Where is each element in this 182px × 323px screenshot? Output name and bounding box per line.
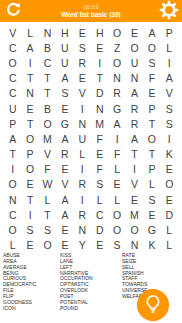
- grid-cell[interactable]: E: [161, 192, 178, 207]
- grid-cell[interactable]: O: [108, 55, 125, 70]
- grid-cell[interactable]: V: [56, 177, 73, 192]
- grid-cell[interactable]: A: [56, 192, 73, 207]
- grid-cell[interactable]: A: [126, 86, 143, 101]
- grid-cell[interactable]: T: [21, 116, 38, 131]
- grid-cell[interactable]: C: [4, 71, 21, 86]
- grid-cell[interactable]: E: [143, 207, 160, 222]
- grid-cell[interactable]: F: [108, 147, 125, 162]
- grid-cell[interactable]: C: [4, 86, 21, 101]
- grid-cell[interactable]: H: [56, 25, 73, 40]
- refresh-button[interactable]: [3, 1, 24, 22]
- grid-cell[interactable]: E: [126, 25, 143, 40]
- grid-cell[interactable]: O: [4, 55, 21, 70]
- grid-cell[interactable]: Z: [108, 40, 125, 55]
- grid-cell[interactable]: O: [108, 25, 125, 40]
- grid-cell[interactable]: S: [91, 177, 108, 192]
- grid-cell[interactable]: H: [91, 25, 108, 40]
- grid-cell[interactable]: A: [143, 25, 160, 40]
- grid-cell[interactable]: K: [143, 238, 160, 253]
- grid-cell[interactable]: P: [21, 147, 38, 162]
- grid-cell[interactable]: C: [39, 55, 56, 70]
- grid-cell[interactable]: I: [108, 131, 125, 146]
- grid-cell[interactable]: G: [108, 101, 125, 116]
- grid-cell[interactable]: O: [126, 222, 143, 237]
- grid-cell[interactable]: V: [4, 25, 21, 40]
- grid-cell[interactable]: I: [21, 207, 38, 222]
- grid-cell[interactable]: R: [108, 86, 125, 101]
- grid-cell[interactable]: N: [74, 222, 91, 237]
- grid-cell[interactable]: E: [108, 177, 125, 192]
- grid-cell[interactable]: S: [108, 238, 125, 253]
- grid-cell[interactable]: F: [39, 162, 56, 177]
- grid-cell[interactable]: R: [126, 101, 143, 116]
- grid-cell[interactable]: R: [74, 177, 91, 192]
- grid-cell[interactable]: S: [74, 40, 91, 55]
- hint-button[interactable]: [137, 289, 169, 321]
- grid-cell[interactable]: V: [74, 86, 91, 101]
- grid-cell[interactable]: A: [126, 131, 143, 146]
- grid-cell[interactable]: L: [161, 222, 178, 237]
- grid-cell[interactable]: E: [56, 222, 73, 237]
- grid-cell[interactable]: O: [4, 177, 21, 192]
- grid-cell[interactable]: L: [21, 25, 38, 40]
- grid-cell[interactable]: S: [21, 222, 38, 237]
- grid-cell[interactable]: I: [161, 131, 178, 146]
- grid-cell[interactable]: O: [143, 40, 160, 55]
- word-column: KISSLANELEFTNARRATIVEOCCUPATIONOPTIMISTI…: [60, 253, 93, 311]
- grid-cell[interactable]: G: [56, 116, 73, 131]
- grid-cell[interactable]: T: [143, 147, 160, 162]
- grid-cell[interactable]: O: [108, 207, 125, 222]
- grid-cell[interactable]: V: [161, 86, 178, 101]
- grid-cell[interactable]: L: [143, 177, 160, 192]
- grid-cell[interactable]: D: [91, 222, 108, 237]
- grid-cell[interactable]: F: [143, 71, 160, 86]
- grid-cell[interactable]: Y: [74, 238, 91, 253]
- grid-cell[interactable]: U: [56, 55, 73, 70]
- grid-cell[interactable]: F: [91, 131, 108, 146]
- grid-cell[interactable]: A: [56, 71, 73, 86]
- grid-cell[interactable]: N: [108, 71, 125, 86]
- grid-cell[interactable]: E: [74, 71, 91, 86]
- grid-cell[interactable]: N: [91, 101, 108, 116]
- word-item: POUND: [60, 306, 93, 312]
- grid-cell[interactable]: P: [4, 116, 21, 131]
- grid-cell[interactable]: I: [161, 55, 178, 70]
- grid-cell[interactable]: E: [126, 192, 143, 207]
- grid-cell[interactable]: T: [39, 86, 56, 101]
- word-column: ABUSEAREAAVERAGEBEINGCURIOUSDEMOCRATICFI…: [3, 253, 36, 311]
- gear-icon: [159, 0, 179, 23]
- grid-cell[interactable]: C: [4, 40, 21, 55]
- grid-cell[interactable]: N: [126, 238, 143, 253]
- grid-cell[interactable]: D: [161, 207, 178, 222]
- grid-cell[interactable]: V: [39, 147, 56, 162]
- grid-cell[interactable]: R: [56, 147, 73, 162]
- grid-cell[interactable]: U: [74, 131, 91, 146]
- grid-cell[interactable]: W: [39, 177, 56, 192]
- grid-cell[interactable]: E: [161, 162, 178, 177]
- grid-cell[interactable]: L: [74, 147, 91, 162]
- grid-cell[interactable]: L: [4, 238, 21, 253]
- grid-cell[interactable]: A: [56, 207, 73, 222]
- grid-cell[interactable]: S: [161, 101, 178, 116]
- grid-cell[interactable]: O: [21, 131, 38, 146]
- grid-cell[interactable]: A: [108, 116, 125, 131]
- grid-cell[interactable]: N: [4, 192, 21, 207]
- grid-cell[interactable]: N: [126, 71, 143, 86]
- grid-cell[interactable]: P: [143, 101, 160, 116]
- grid-cell[interactable]: U: [56, 40, 73, 55]
- grid-cell[interactable]: I: [74, 192, 91, 207]
- settings-button[interactable]: [158, 1, 179, 22]
- header: 00:03 Word list basic (39): [0, 0, 182, 22]
- grid-cell[interactable]: U: [126, 55, 143, 70]
- grid-cell[interactable]: E: [21, 238, 38, 253]
- grid-cell[interactable]: S: [56, 86, 73, 101]
- grid-cell[interactable]: E: [56, 162, 73, 177]
- grid-cell[interactable]: B: [39, 40, 56, 55]
- grid-cell[interactable]: A: [56, 131, 73, 146]
- grid-cell[interactable]: I: [91, 55, 108, 70]
- grid-cell[interactable]: T: [21, 192, 38, 207]
- grid-cell[interactable]: T: [126, 147, 143, 162]
- grid-cell[interactable]: S: [161, 116, 178, 131]
- grid-cell[interactable]: A: [161, 71, 178, 86]
- grid-cell[interactable]: P: [161, 25, 178, 40]
- grid-cell[interactable]: R: [74, 55, 91, 70]
- grid-cell[interactable]: M: [91, 116, 108, 131]
- grid-cell[interactable]: T: [143, 116, 160, 131]
- grid-cell[interactable]: F: [91, 162, 108, 177]
- grid-cell[interactable]: A: [4, 131, 21, 146]
- grid-cell[interactable]: I: [4, 162, 21, 177]
- grid-cell[interactable]: E: [143, 86, 160, 101]
- page-title: Word list basic (39): [61, 11, 120, 18]
- grid-cell[interactable]: S: [143, 55, 160, 70]
- grid-cell[interactable]: O: [108, 222, 125, 237]
- grid-cell[interactable]: N: [74, 116, 91, 131]
- grid-cell[interactable]: V: [126, 177, 143, 192]
- grid-cell[interactable]: L: [91, 192, 108, 207]
- grid-cell[interactable]: L: [161, 238, 178, 253]
- word-item: ICON: [3, 306, 36, 312]
- grid-cell[interactable]: N: [39, 25, 56, 40]
- grid-cell[interactable]: I: [74, 162, 91, 177]
- grid-cell[interactable]: P: [143, 162, 160, 177]
- grid-cell[interactable]: O: [39, 238, 56, 253]
- grid-cell[interactable]: O: [39, 116, 56, 131]
- grid-cell[interactable]: M: [39, 131, 56, 146]
- grid-cell[interactable]: K: [161, 147, 178, 162]
- grid-cell[interactable]: E: [56, 101, 73, 116]
- grid-cell[interactable]: E: [21, 101, 38, 116]
- grid-cell[interactable]: R: [126, 116, 143, 131]
- grid-cell[interactable]: E: [91, 147, 108, 162]
- grid-cell[interactable]: G: [143, 222, 160, 237]
- grid-cell[interactable]: S: [143, 192, 160, 207]
- grid-cell[interactable]: I: [74, 101, 91, 116]
- grid-cell[interactable]: O: [143, 131, 160, 146]
- grid-cell[interactable]: R: [74, 207, 91, 222]
- grid-cell[interactable]: T: [39, 207, 56, 222]
- grid-cell[interactable]: E: [74, 25, 91, 40]
- grid-cell[interactable]: N: [21, 86, 38, 101]
- grid-cell[interactable]: I: [126, 162, 143, 177]
- grid-cell[interactable]: D: [91, 86, 108, 101]
- grid-cell[interactable]: E: [91, 40, 108, 55]
- grid-cell[interactable]: L: [39, 192, 56, 207]
- grid-cell[interactable]: L: [161, 40, 178, 55]
- grid-cell[interactable]: B: [39, 101, 56, 116]
- grid-cell[interactable]: I: [21, 55, 38, 70]
- grid-cell[interactable]: L: [108, 192, 125, 207]
- grid-cell[interactable]: T: [39, 71, 56, 86]
- grid-cell[interactable]: L: [108, 162, 125, 177]
- lightbulb-icon: [142, 293, 164, 318]
- grid-cell[interactable]: E: [56, 238, 73, 253]
- grid-cell[interactable]: E: [21, 177, 38, 192]
- grid-cell[interactable]: U: [4, 101, 21, 116]
- grid-cell[interactable]: M: [126, 207, 143, 222]
- grid-cell[interactable]: T: [91, 71, 108, 86]
- refresh-icon: [5, 1, 22, 21]
- grid-cell[interactable]: O: [4, 222, 21, 237]
- timer: 00:03: [83, 4, 98, 11]
- grid-cell[interactable]: C: [91, 207, 108, 222]
- grid-cell[interactable]: S: [39, 222, 56, 237]
- letter-grid[interactable]: VLNHEHOEAPCABUSEZOOLOICURIOUSICTTAETNNFA…: [0, 22, 182, 253]
- grid-cell[interactable]: C: [4, 207, 21, 222]
- header-titles: 00:03 Word list basic (39): [24, 4, 158, 18]
- grid-cell[interactable]: E: [91, 238, 108, 253]
- grid-cell[interactable]: T: [4, 147, 21, 162]
- grid-cell[interactable]: T: [21, 71, 38, 86]
- grid-cell[interactable]: A: [21, 40, 38, 55]
- grid-cell[interactable]: O: [161, 177, 178, 192]
- grid-cell[interactable]: O: [126, 40, 143, 55]
- grid-cell[interactable]: O: [21, 162, 38, 177]
